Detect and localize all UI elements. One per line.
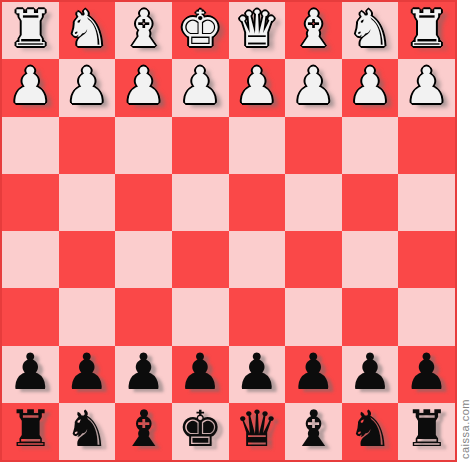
square-f6[interactable] xyxy=(115,288,172,345)
square-f1[interactable]: ♝ xyxy=(115,2,172,59)
square-b8[interactable]: ♞ xyxy=(342,403,399,460)
black-pawn: ♟ xyxy=(348,347,393,397)
white-pawn: ♟ xyxy=(121,61,166,111)
square-b2[interactable]: ♟ xyxy=(342,59,399,116)
square-h8[interactable]: ♜ xyxy=(2,403,59,460)
square-a7[interactable]: ♟ xyxy=(398,346,455,403)
black-pawn: ♟ xyxy=(234,347,279,397)
square-f2[interactable]: ♟ xyxy=(115,59,172,116)
black-knight: ♞ xyxy=(65,404,110,454)
square-b4[interactable] xyxy=(342,174,399,231)
square-e5[interactable] xyxy=(172,231,229,288)
square-e6[interactable] xyxy=(172,288,229,345)
black-rook: ♜ xyxy=(8,404,53,454)
square-a4[interactable] xyxy=(398,174,455,231)
square-g1[interactable]: ♞ xyxy=(59,2,116,59)
square-h2[interactable]: ♟ xyxy=(2,59,59,116)
square-f8[interactable]: ♝ xyxy=(115,403,172,460)
square-b7[interactable]: ♟ xyxy=(342,346,399,403)
black-king: ♚ xyxy=(178,404,223,454)
square-b6[interactable] xyxy=(342,288,399,345)
black-pawn: ♟ xyxy=(65,347,110,397)
square-a1[interactable]: ♜ xyxy=(398,2,455,59)
square-f4[interactable] xyxy=(115,174,172,231)
square-c4[interactable] xyxy=(285,174,342,231)
square-g5[interactable] xyxy=(59,231,116,288)
white-pawn: ♟ xyxy=(291,61,336,111)
black-pawn: ♟ xyxy=(121,347,166,397)
square-c6[interactable] xyxy=(285,288,342,345)
white-knight: ♞ xyxy=(348,4,393,54)
black-pawn: ♟ xyxy=(178,347,223,397)
white-pawn: ♟ xyxy=(404,61,449,111)
black-pawn: ♟ xyxy=(8,347,53,397)
white-knight: ♞ xyxy=(65,4,110,54)
square-b5[interactable] xyxy=(342,231,399,288)
square-f5[interactable] xyxy=(115,231,172,288)
square-d5[interactable] xyxy=(229,231,286,288)
square-e1[interactable]: ♚ xyxy=(172,2,229,59)
square-a3[interactable] xyxy=(398,117,455,174)
square-c1[interactable]: ♝ xyxy=(285,2,342,59)
square-e7[interactable]: ♟ xyxy=(172,346,229,403)
square-a5[interactable] xyxy=(398,231,455,288)
white-rook: ♜ xyxy=(8,4,53,54)
square-b3[interactable] xyxy=(342,117,399,174)
square-h7[interactable]: ♟ xyxy=(2,346,59,403)
square-a8[interactable]: ♜ xyxy=(398,403,455,460)
square-h5[interactable] xyxy=(2,231,59,288)
chess-board: ♜♞♝♚♛♝♞♜♟♟♟♟♟♟♟♟♟♟♟♟♟♟♟♟♜♞♝♚♛♝♞♜ xyxy=(0,0,457,462)
square-e4[interactable] xyxy=(172,174,229,231)
watermark-strip: caissa.com xyxy=(457,0,473,462)
square-d3[interactable] xyxy=(229,117,286,174)
square-h1[interactable]: ♜ xyxy=(2,2,59,59)
square-d2[interactable]: ♟ xyxy=(229,59,286,116)
white-bishop: ♝ xyxy=(121,4,166,54)
square-g4[interactable] xyxy=(59,174,116,231)
square-f7[interactable]: ♟ xyxy=(115,346,172,403)
square-g6[interactable] xyxy=(59,288,116,345)
white-queen: ♛ xyxy=(234,4,279,54)
square-d8[interactable]: ♛ xyxy=(229,403,286,460)
square-e3[interactable] xyxy=(172,117,229,174)
square-c8[interactable]: ♝ xyxy=(285,403,342,460)
square-d7[interactable]: ♟ xyxy=(229,346,286,403)
square-c2[interactable]: ♟ xyxy=(285,59,342,116)
black-queen: ♛ xyxy=(234,404,279,454)
square-g7[interactable]: ♟ xyxy=(59,346,116,403)
square-a6[interactable] xyxy=(398,288,455,345)
black-bishop: ♝ xyxy=(121,404,166,454)
white-bishop: ♝ xyxy=(291,4,336,54)
square-d1[interactable]: ♛ xyxy=(229,2,286,59)
square-g8[interactable]: ♞ xyxy=(59,403,116,460)
square-h3[interactable] xyxy=(2,117,59,174)
white-king: ♚ xyxy=(178,4,223,54)
watermark-text: caissa.com xyxy=(459,399,471,459)
square-h6[interactable] xyxy=(2,288,59,345)
white-pawn: ♟ xyxy=(234,61,279,111)
black-rook: ♜ xyxy=(404,404,449,454)
square-c7[interactable]: ♟ xyxy=(285,346,342,403)
square-c5[interactable] xyxy=(285,231,342,288)
black-knight: ♞ xyxy=(348,404,393,454)
square-g3[interactable] xyxy=(59,117,116,174)
square-e2[interactable]: ♟ xyxy=(172,59,229,116)
square-h4[interactable] xyxy=(2,174,59,231)
square-a2[interactable]: ♟ xyxy=(398,59,455,116)
square-g2[interactable]: ♟ xyxy=(59,59,116,116)
white-pawn: ♟ xyxy=(348,61,393,111)
white-rook: ♜ xyxy=(404,4,449,54)
black-pawn: ♟ xyxy=(404,347,449,397)
white-pawn: ♟ xyxy=(8,61,53,111)
square-c3[interactable] xyxy=(285,117,342,174)
white-pawn: ♟ xyxy=(65,61,110,111)
square-f3[interactable] xyxy=(115,117,172,174)
black-bishop: ♝ xyxy=(291,404,336,454)
square-d6[interactable] xyxy=(229,288,286,345)
square-b1[interactable]: ♞ xyxy=(342,2,399,59)
square-d4[interactable] xyxy=(229,174,286,231)
white-pawn: ♟ xyxy=(178,61,223,111)
black-pawn: ♟ xyxy=(291,347,336,397)
square-e8[interactable]: ♚ xyxy=(172,403,229,460)
